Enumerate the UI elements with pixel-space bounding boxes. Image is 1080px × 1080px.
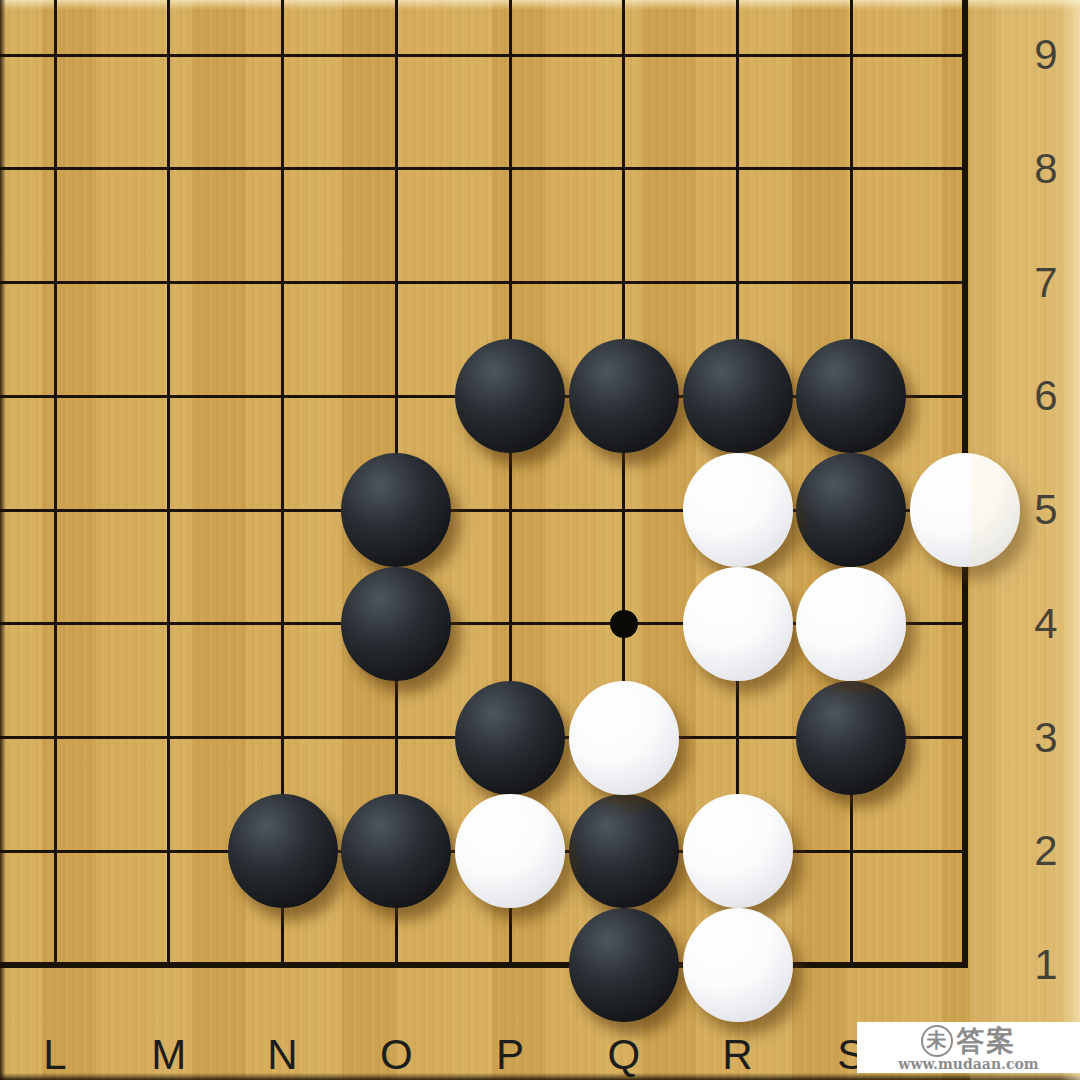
stone-black-S3 bbox=[796, 681, 906, 795]
grid-line-horizontal-9 bbox=[0, 54, 968, 57]
star-point-Q4 bbox=[610, 610, 638, 638]
coord-label-column-N: N bbox=[267, 1034, 297, 1076]
stone-black-O2 bbox=[341, 794, 451, 908]
stone-black-S5 bbox=[796, 453, 906, 567]
stone-white-P2 bbox=[455, 794, 565, 908]
stone-white-S4 bbox=[796, 567, 906, 681]
stone-black-P6 bbox=[455, 339, 565, 453]
stone-white-R2 bbox=[683, 794, 793, 908]
grid-line-horizontal-8 bbox=[0, 167, 968, 170]
watermark-brand-text: 答案 bbox=[957, 1022, 1017, 1060]
stone-black-Q6 bbox=[569, 339, 679, 453]
stone-black-P3 bbox=[455, 681, 565, 795]
stone-white-R5 bbox=[683, 453, 793, 567]
stone-black-O4 bbox=[341, 567, 451, 681]
stone-white-Q3 bbox=[569, 681, 679, 795]
stone-white-R4 bbox=[683, 567, 793, 681]
stone-black-Q1 bbox=[569, 908, 679, 1022]
coord-label-column-M: M bbox=[151, 1034, 186, 1076]
stone-black-Q2 bbox=[569, 794, 679, 908]
mudaan-logo-icon: 未 bbox=[921, 1025, 953, 1057]
coord-label-column-L: L bbox=[43, 1034, 66, 1076]
grid-line-horizontal-1 bbox=[0, 962, 968, 968]
board-edge-shadow-left bbox=[0, 0, 6, 1080]
stone-white-R1 bbox=[683, 908, 793, 1022]
watermark-url: www.mudaan.com bbox=[898, 1057, 1038, 1071]
watermark-box: 未 答案 www.mudaan.com bbox=[857, 1022, 1080, 1073]
watermark-brand-row: 未 答案 bbox=[921, 1025, 1017, 1057]
stone-black-S6 bbox=[796, 339, 906, 453]
go-board-diagram: LMNOPQRS987654321 未 答案 www.mudaan.com bbox=[0, 0, 1080, 1080]
coord-label-column-P: P bbox=[496, 1034, 524, 1076]
grid-line-vertical-M bbox=[167, 0, 170, 968]
stone-black-O5 bbox=[341, 453, 451, 567]
stone-black-N2 bbox=[228, 794, 338, 908]
coord-label-column-Q: Q bbox=[607, 1034, 640, 1076]
coord-label-column-O: O bbox=[380, 1034, 413, 1076]
grid-line-horizontal-7 bbox=[0, 281, 968, 284]
board-edge-shadow-bottom bbox=[0, 1073, 1080, 1080]
coord-label-column-R: R bbox=[722, 1034, 752, 1076]
stone-black-R6 bbox=[683, 339, 793, 453]
board-edge-highlight-right bbox=[1060, 0, 1080, 1080]
grid-line-vertical-L bbox=[54, 0, 57, 968]
